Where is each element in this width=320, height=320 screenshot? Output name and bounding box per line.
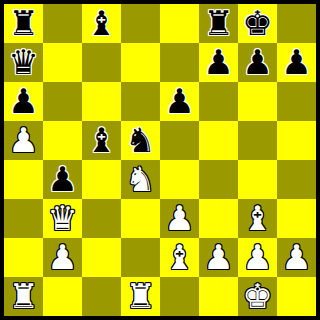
square-d2[interactable] [121,238,160,277]
square-d6[interactable] [121,82,160,121]
square-g5[interactable] [238,121,277,160]
square-g7[interactable]: ♟ [238,43,277,82]
piece-white-rook-a1[interactable]: ♜ [8,277,38,316]
piece-white-king-g1[interactable]: ♚ [242,277,272,316]
square-e3[interactable]: ♟ [160,199,199,238]
square-c5[interactable]: ♝ [82,121,121,160]
square-g8[interactable]: ♚ [238,4,277,43]
square-a1[interactable]: ♜ [4,277,43,316]
piece-white-pawn-h2[interactable]: ♟ [281,238,311,277]
square-e6[interactable]: ♟ [160,82,199,121]
square-g3[interactable]: ♝ [238,199,277,238]
piece-black-king-g8[interactable]: ♚ [242,4,272,43]
square-a4[interactable] [4,160,43,199]
chess-board: ♜♝♜♚♛♟♟♟♟♟♟♝♞♟♞♛♟♝♟♝♟♟♟♜♜♚ [0,0,320,320]
square-b3[interactable]: ♛ [43,199,82,238]
piece-black-rook-f8[interactable]: ♜ [203,4,233,43]
square-d8[interactable] [121,4,160,43]
piece-black-bishop-c8[interactable]: ♝ [86,4,116,43]
piece-white-pawn-f2[interactable]: ♟ [203,238,233,277]
piece-white-pawn-b2[interactable]: ♟ [47,238,77,277]
square-h6[interactable] [277,82,316,121]
square-e8[interactable] [160,4,199,43]
square-f2[interactable]: ♟ [199,238,238,277]
piece-black-pawn-a6[interactable]: ♟ [8,82,38,121]
square-c6[interactable] [82,82,121,121]
piece-white-rook-d1[interactable]: ♜ [125,277,155,316]
square-h2[interactable]: ♟ [277,238,316,277]
piece-black-pawn-f7[interactable]: ♟ [203,43,233,82]
square-h1[interactable] [277,277,316,316]
square-d5[interactable]: ♞ [121,121,160,160]
square-a7[interactable]: ♛ [4,43,43,82]
square-b4[interactable]: ♟ [43,160,82,199]
square-d7[interactable] [121,43,160,82]
square-c2[interactable] [82,238,121,277]
square-b5[interactable] [43,121,82,160]
square-c1[interactable] [82,277,121,316]
square-a2[interactable] [4,238,43,277]
piece-black-pawn-b4[interactable]: ♟ [47,160,77,199]
square-h3[interactable] [277,199,316,238]
square-f4[interactable] [199,160,238,199]
square-a6[interactable]: ♟ [4,82,43,121]
piece-black-bishop-c5[interactable]: ♝ [86,121,116,160]
square-g1[interactable]: ♚ [238,277,277,316]
square-b6[interactable] [43,82,82,121]
square-e1[interactable] [160,277,199,316]
square-h4[interactable] [277,160,316,199]
square-c3[interactable] [82,199,121,238]
square-g4[interactable] [238,160,277,199]
square-b8[interactable] [43,4,82,43]
square-g6[interactable] [238,82,277,121]
square-c7[interactable] [82,43,121,82]
piece-black-pawn-e6[interactable]: ♟ [164,82,194,121]
square-f5[interactable] [199,121,238,160]
piece-white-pawn-e3[interactable]: ♟ [164,199,194,238]
square-d3[interactable] [121,199,160,238]
square-d4[interactable]: ♞ [121,160,160,199]
piece-black-queen-a7[interactable]: ♛ [8,43,38,82]
square-c8[interactable]: ♝ [82,4,121,43]
square-e4[interactable] [160,160,199,199]
square-b2[interactable]: ♟ [43,238,82,277]
square-e7[interactable] [160,43,199,82]
square-f1[interactable] [199,277,238,316]
square-h5[interactable] [277,121,316,160]
square-b7[interactable] [43,43,82,82]
square-c4[interactable] [82,160,121,199]
piece-white-bishop-g3[interactable]: ♝ [242,199,272,238]
piece-white-pawn-g2[interactable]: ♟ [242,238,272,277]
square-f3[interactable] [199,199,238,238]
square-e5[interactable] [160,121,199,160]
piece-white-pawn-a5[interactable]: ♟ [8,121,38,160]
piece-black-rook-a8[interactable]: ♜ [8,4,38,43]
square-f6[interactable] [199,82,238,121]
square-a8[interactable]: ♜ [4,4,43,43]
piece-black-pawn-g7[interactable]: ♟ [242,43,272,82]
square-f7[interactable]: ♟ [199,43,238,82]
square-a3[interactable] [4,199,43,238]
square-g2[interactable]: ♟ [238,238,277,277]
square-b1[interactable] [43,277,82,316]
square-e2[interactable]: ♝ [160,238,199,277]
piece-white-queen-b3[interactable]: ♛ [47,199,77,238]
square-h8[interactable] [277,4,316,43]
square-h7[interactable]: ♟ [277,43,316,82]
square-d1[interactable]: ♜ [121,277,160,316]
piece-white-bishop-e2[interactable]: ♝ [164,238,194,277]
piece-black-knight-d5[interactable]: ♞ [125,121,155,160]
piece-black-pawn-h7[interactable]: ♟ [281,43,311,82]
square-f8[interactable]: ♜ [199,4,238,43]
piece-white-knight-d4[interactable]: ♞ [125,160,155,199]
square-a5[interactable]: ♟ [4,121,43,160]
